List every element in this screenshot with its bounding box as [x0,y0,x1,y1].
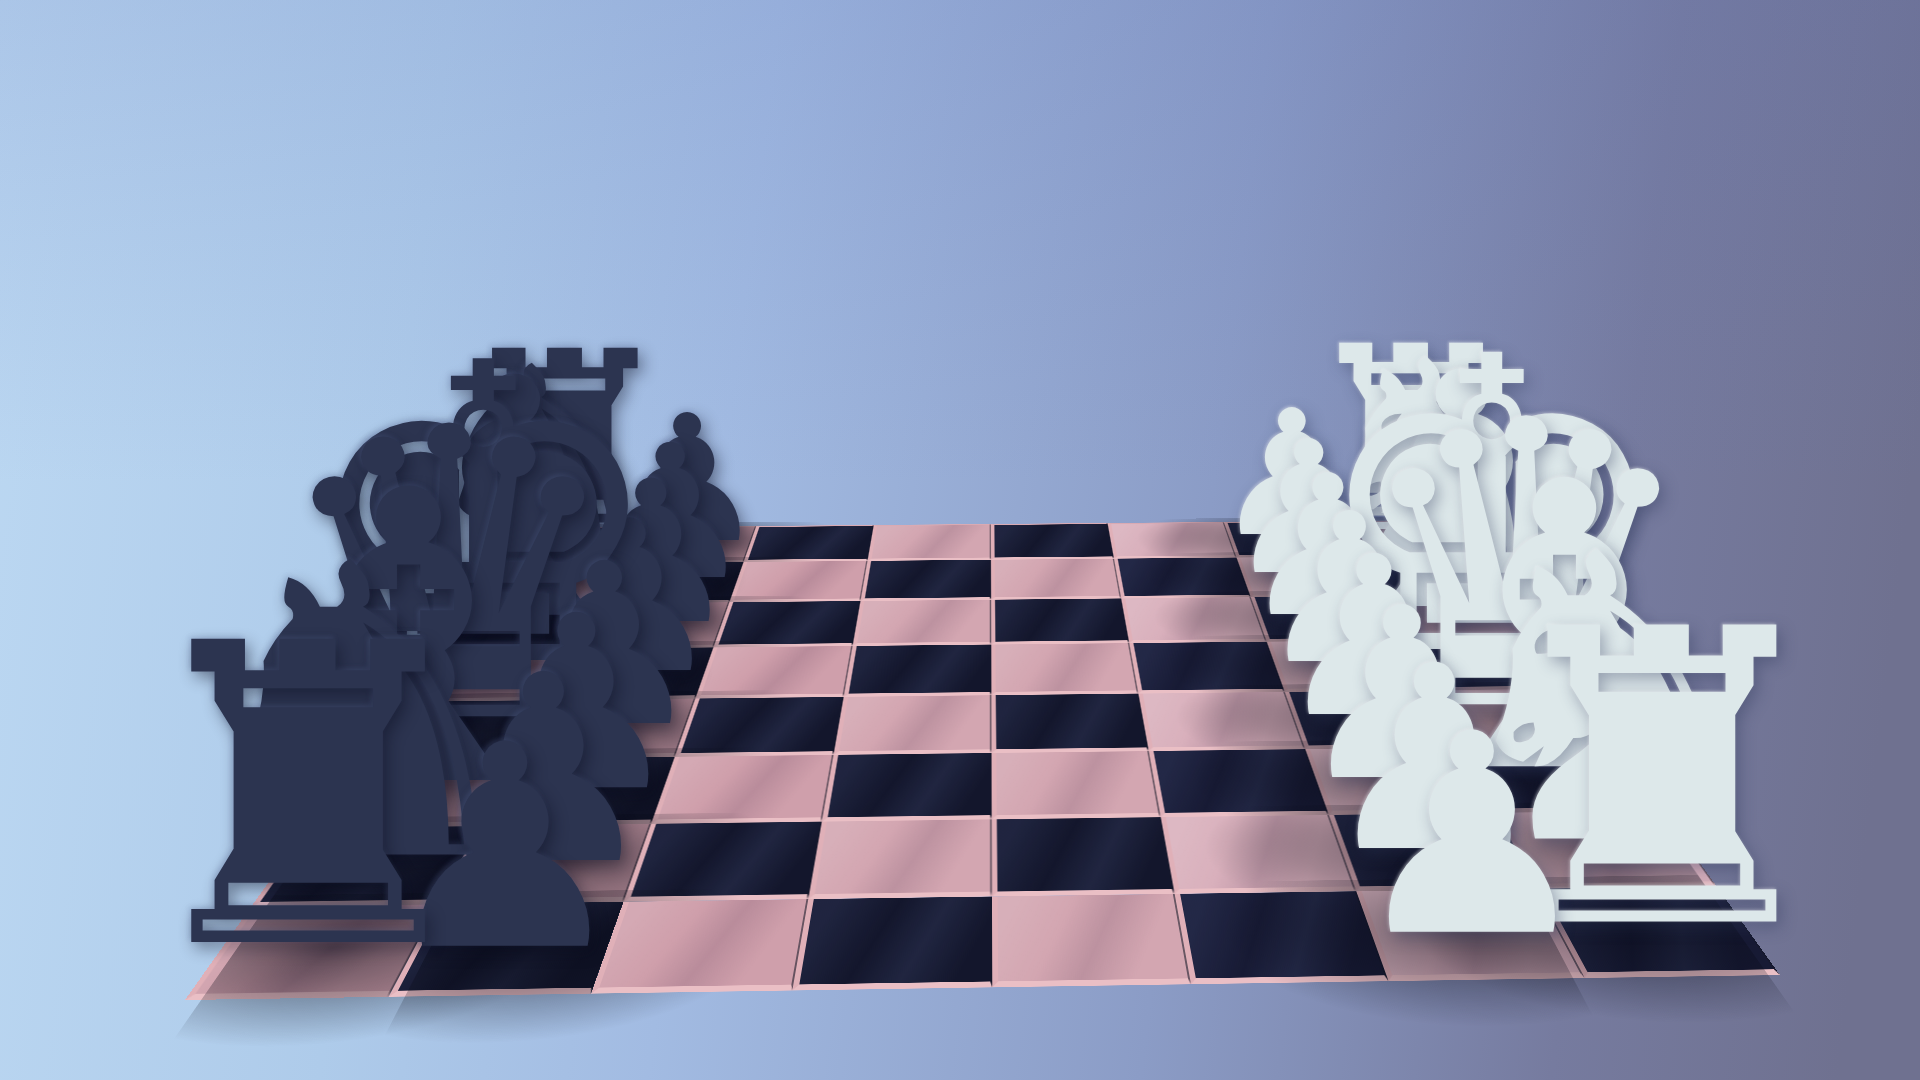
pieces-layer: ♜♞♝♛♚♝♞♜♟♟♟♟♟♟♟♟♟♟♟♟♟♟♟♟♜♞♝♛♚♝♞♜ [0,0,1920,1080]
chess-scene: ♜♞♝♛♚♝♞♜♟♟♟♟♟♟♟♟♟♟♟♟♟♟♟♟♜♞♝♛♚♝♞♜ [0,0,1920,1080]
black-rook-a8[interactable]: ♜ [122,591,494,1006]
white-pawn-a2[interactable]: ♟ [1348,697,1597,974]
